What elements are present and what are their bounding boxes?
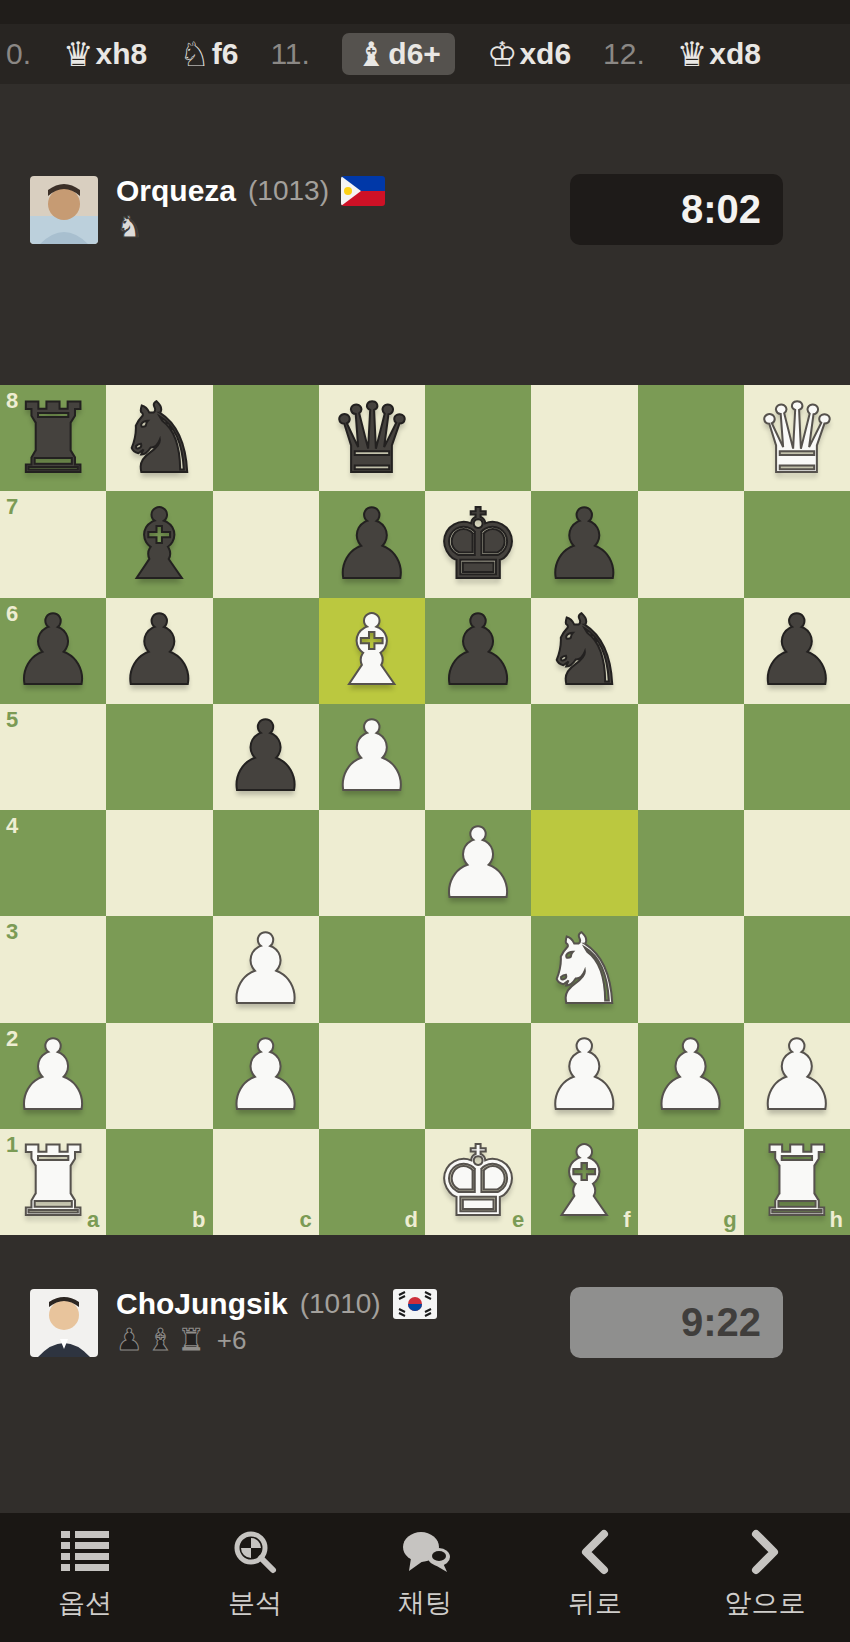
piece-black-king: ♚ [425, 491, 531, 597]
square-a7[interactable]: 7 [0, 491, 106, 597]
square-h6[interactable]: ♟ [744, 598, 850, 704]
square-h3[interactable] [744, 916, 850, 1022]
square-d2[interactable] [319, 1023, 425, 1129]
piece-white-pawn: ♟ [638, 1023, 744, 1129]
captured-pieces: ♟♝♜ +6 [116, 1323, 437, 1357]
square-h1[interactable]: h♜ [744, 1129, 850, 1235]
chat-bubbles-icon [399, 1529, 451, 1575]
piece-black-pawn: ♟ [0, 598, 106, 704]
nav-analysis-button[interactable]: 분석 [170, 1513, 340, 1642]
captured-piece-icon: ♟ [116, 1325, 143, 1355]
square-a3[interactable]: 3 [0, 916, 106, 1022]
square-f8[interactable] [531, 385, 637, 491]
square-d8[interactable]: ♛ [319, 385, 425, 491]
piece-black-bishop: ♝ [106, 491, 212, 597]
nav-label: 채팅 [398, 1585, 452, 1621]
player-rating: (1010) [300, 1288, 381, 1320]
move-text: xh8 [96, 37, 148, 71]
move-list-bar: 0.♛xh8♘f611.♝d6+♔xd612.♛xd8 [0, 0, 850, 84]
analysis-magnifier-icon [231, 1529, 279, 1575]
piece-white-pawn: ♟ [744, 1023, 850, 1129]
nav-label: 앞으로 [725, 1585, 806, 1621]
black-piece-glyph: ♘ [179, 37, 209, 71]
move[interactable]: ♛xh8 [63, 37, 147, 71]
player-name: Orqueza [116, 174, 236, 208]
opponent-panel: Orqueza (1013) ♞ 8:02 [0, 84, 850, 385]
square-e4[interactable]: ♟ [425, 810, 531, 916]
captured-piece-icon: ♞ [116, 212, 143, 242]
rank-label: 3 [6, 921, 18, 943]
square-b4[interactable] [106, 810, 212, 916]
south-korea-flag-icon [393, 1289, 437, 1319]
square-a2[interactable]: 2♟ [0, 1023, 106, 1129]
black-piece-glyph: ♔ [487, 37, 517, 71]
square-b5[interactable] [106, 704, 212, 810]
square-e7[interactable]: ♚ [425, 491, 531, 597]
square-f1[interactable]: f♝ [531, 1129, 637, 1235]
piece-white-rook: ♜ [744, 1129, 850, 1235]
square-d4[interactable] [319, 810, 425, 916]
chess-board: 8♜♞♛♛7♝♟♚♟6♟♟♝♟♞♟5♟♟4♟3♟♞2♟♟♟♟♟1a♜bcde♚f… [0, 385, 850, 1235]
piece-white-pawn: ♟ [0, 1023, 106, 1129]
rank-label: 4 [6, 815, 18, 837]
white-piece-glyph: ♛ [63, 37, 93, 71]
player-rating: (1013) [248, 175, 329, 207]
player-panel: ChoJungsik (1010) [0, 1235, 850, 1513]
nav-chat-button[interactable]: 채팅 [340, 1513, 510, 1642]
square-d6[interactable]: ♝ [319, 598, 425, 704]
square-g2[interactable]: ♟ [638, 1023, 744, 1129]
square-a8[interactable]: 8♜ [0, 385, 106, 491]
file-label: c [300, 1209, 312, 1231]
piece-white-bishop: ♝ [319, 598, 425, 704]
nav-back-button[interactable]: 뒤로 [510, 1513, 680, 1642]
forward-chevron-icon [748, 1529, 782, 1575]
square-d1[interactable]: d [319, 1129, 425, 1235]
back-chevron-icon [578, 1529, 612, 1575]
piece-white-pawn: ♟ [213, 1023, 319, 1129]
square-b1[interactable]: b [106, 1129, 212, 1235]
square-f6[interactable]: ♞ [531, 598, 637, 704]
square-a5[interactable]: 5 [0, 704, 106, 810]
square-c7[interactable] [213, 491, 319, 597]
move-text: d6+ [388, 37, 441, 71]
move[interactable]: ♘f6 [179, 37, 238, 71]
white-piece-glyph: ♝ [356, 37, 386, 71]
file-label: d [405, 1209, 418, 1231]
square-d5[interactable]: ♟ [319, 704, 425, 810]
piece-black-knight: ♞ [531, 598, 637, 704]
square-f3[interactable]: ♞ [531, 916, 637, 1022]
square-b6[interactable]: ♟ [106, 598, 212, 704]
current-move[interactable]: ♝d6+ [342, 33, 455, 75]
square-a1[interactable]: 1a♜ [0, 1129, 106, 1235]
move-text: xd8 [709, 37, 761, 71]
piece-white-pawn: ♟ [213, 916, 319, 1022]
nav-label: 뒤로 [568, 1585, 622, 1621]
avatar-photo [30, 1289, 98, 1357]
square-c4[interactable] [213, 810, 319, 916]
piece-black-pawn: ♟ [744, 598, 850, 704]
piece-white-pawn: ♟ [425, 810, 531, 916]
square-h2[interactable]: ♟ [744, 1023, 850, 1129]
square-g6[interactable] [638, 598, 744, 704]
piece-white-bishop: ♝ [531, 1129, 637, 1235]
square-c8[interactable] [213, 385, 319, 491]
piece-black-rook: ♜ [0, 385, 106, 491]
captured-piece-icon: ♝ [147, 1325, 174, 1355]
square-g7[interactable] [638, 491, 744, 597]
avatar[interactable] [30, 1289, 98, 1357]
square-d7[interactable]: ♟ [319, 491, 425, 597]
piece-white-king: ♚ [425, 1129, 531, 1235]
piece-white-rook: ♜ [0, 1129, 106, 1235]
piece-white-pawn: ♟ [531, 1023, 637, 1129]
square-e8[interactable] [425, 385, 531, 491]
piece-black-knight: ♞ [106, 385, 212, 491]
square-g5[interactable] [638, 704, 744, 810]
white-piece-glyph: ♛ [677, 37, 707, 71]
square-c6[interactable] [213, 598, 319, 704]
move-text: f6 [212, 37, 239, 71]
player-clock: 9:22 [570, 1287, 783, 1358]
square-g1[interactable]: g [638, 1129, 744, 1235]
square-f7[interactable]: ♟ [531, 491, 637, 597]
chess-game-screen: 0.♛xh8♘f611.♝d6+♔xd612.♛xd8 Orqueza (101… [0, 0, 850, 1642]
square-a6[interactable]: 6♟ [0, 598, 106, 704]
move-number: 0. [6, 37, 31, 71]
square-g3[interactable] [638, 916, 744, 1022]
square-e1[interactable]: e♚ [425, 1129, 531, 1235]
square-c3[interactable]: ♟ [213, 916, 319, 1022]
captured-piece-icon: ♜ [178, 1325, 205, 1355]
square-b3[interactable] [106, 916, 212, 1022]
piece-black-queen: ♛ [319, 385, 425, 491]
piece-black-pawn: ♟ [531, 491, 637, 597]
nav-label: 옵션 [58, 1585, 112, 1621]
piece-black-pawn: ♟ [106, 598, 212, 704]
piece-black-pawn: ♟ [425, 598, 531, 704]
move-list: 0.♛xh8♘f611.♝d6+♔xd612.♛xd8 [0, 24, 850, 84]
square-f5[interactable] [531, 704, 637, 810]
piece-white-pawn: ♟ [319, 704, 425, 810]
piece-white-knight: ♞ [531, 916, 637, 1022]
move-number: 11. [270, 37, 309, 71]
square-h7[interactable] [744, 491, 850, 597]
square-f2[interactable]: ♟ [531, 1023, 637, 1129]
square-c1[interactable]: c [213, 1129, 319, 1235]
piece-white-queen: ♛ [744, 385, 850, 491]
square-h4[interactable] [744, 810, 850, 916]
rank-label: 7 [6, 496, 18, 518]
square-g4[interactable] [638, 810, 744, 916]
move-number: 12. [603, 37, 645, 71]
philippines-flag-icon [341, 176, 385, 206]
piece-black-pawn: ♟ [319, 491, 425, 597]
captured-pieces: ♞ [116, 210, 385, 244]
options-list-icon [61, 1529, 109, 1575]
avatar[interactable] [30, 176, 98, 244]
opponent-clock: 8:02 [570, 174, 783, 245]
square-d3[interactable] [319, 916, 425, 1022]
square-h8[interactable]: ♛ [744, 385, 850, 491]
square-a4[interactable]: 4 [0, 810, 106, 916]
square-b8[interactable]: ♞ [106, 385, 212, 491]
file-label: b [192, 1209, 205, 1231]
piece-black-pawn: ♟ [213, 704, 319, 810]
nav-options-button[interactable]: 옵션 [0, 1513, 170, 1642]
nav-forward-button[interactable]: 앞으로 [680, 1513, 850, 1642]
square-g8[interactable] [638, 385, 744, 491]
file-label: g [723, 1209, 736, 1231]
square-b7[interactable]: ♝ [106, 491, 212, 597]
avatar-photo [30, 176, 98, 244]
square-e5[interactable] [425, 704, 531, 810]
square-h5[interactable] [744, 704, 850, 810]
square-e3[interactable] [425, 916, 531, 1022]
square-e2[interactable] [425, 1023, 531, 1129]
square-f4[interactable] [531, 810, 637, 916]
move[interactable]: ♔xd6 [487, 37, 571, 71]
square-c5[interactable]: ♟ [213, 704, 319, 810]
square-b2[interactable] [106, 1023, 212, 1129]
nav-label: 분석 [228, 1585, 282, 1621]
rank-label: 5 [6, 709, 18, 731]
move[interactable]: ♛xd8 [677, 37, 761, 71]
player-name: ChoJungsik [116, 1287, 288, 1321]
bottom-nav: 옵션 분석 [0, 1513, 850, 1642]
square-c2[interactable]: ♟ [213, 1023, 319, 1129]
square-e6[interactable]: ♟ [425, 598, 531, 704]
move-text: xd6 [519, 37, 571, 71]
material-advantage: +6 [217, 1325, 247, 1356]
